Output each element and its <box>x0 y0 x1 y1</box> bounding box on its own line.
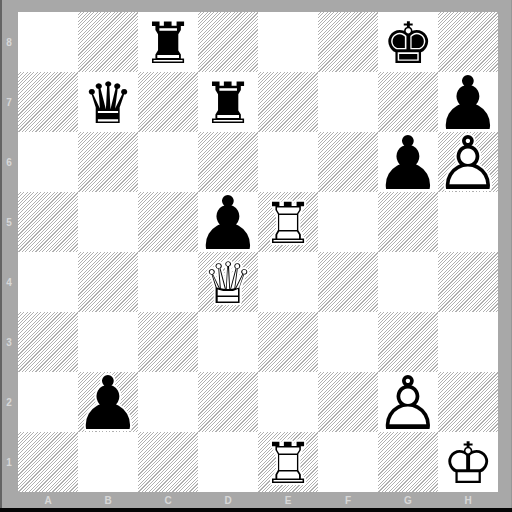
square-b6[interactable] <box>78 132 138 192</box>
square-d1[interactable] <box>198 432 258 492</box>
file-label-f: F <box>318 492 378 508</box>
square-e6[interactable] <box>258 132 318 192</box>
square-g8[interactable]: ♚♚ <box>378 12 438 72</box>
rank-label-1: 1 <box>0 432 18 492</box>
frame-bottom-strip <box>0 508 512 512</box>
square-h4[interactable] <box>438 252 498 312</box>
file-label-b: B <box>78 492 138 508</box>
file-labels: ABCDEFGH <box>18 492 498 508</box>
square-b8[interactable] <box>78 12 138 72</box>
square-c7[interactable] <box>138 72 198 132</box>
rank-label-5: 5 <box>0 192 18 252</box>
square-b5[interactable] <box>78 192 138 252</box>
frame-left-edge <box>0 0 2 512</box>
black-pawn[interactable]: ♟ <box>198 193 258 253</box>
rank-label-7: 7 <box>0 72 18 132</box>
white-rook[interactable]: ♖ <box>258 433 318 493</box>
square-f6[interactable] <box>318 132 378 192</box>
rank-label-6: 6 <box>0 132 18 192</box>
square-c6[interactable] <box>138 132 198 192</box>
square-h3[interactable] <box>438 312 498 372</box>
white-pawn[interactable]: ♙ <box>438 133 498 193</box>
square-d2[interactable] <box>198 372 258 432</box>
square-h5[interactable] <box>438 192 498 252</box>
square-c5[interactable] <box>138 192 198 252</box>
square-c1[interactable] <box>138 432 198 492</box>
square-d8[interactable] <box>198 12 258 72</box>
square-f3[interactable] <box>318 312 378 372</box>
square-b1[interactable] <box>78 432 138 492</box>
square-h2[interactable] <box>438 372 498 432</box>
square-c4[interactable] <box>138 252 198 312</box>
square-d4[interactable]: ♛♕ <box>198 252 258 312</box>
file-label-a: A <box>18 492 78 508</box>
square-f1[interactable] <box>318 432 378 492</box>
square-a1[interactable] <box>18 432 78 492</box>
white-king[interactable]: ♔ <box>438 433 498 493</box>
square-e7[interactable] <box>258 72 318 132</box>
square-a6[interactable] <box>18 132 78 192</box>
square-b2[interactable]: ♟♟ <box>78 372 138 432</box>
square-e4[interactable] <box>258 252 318 312</box>
black-queen[interactable]: ♛ <box>78 73 138 133</box>
chess-board: ♜♜♚♚♛♛♜♜♟♟♟♟♟♙♟♟♜♖♛♕♟♟♟♙♜♖♚♔ <box>18 12 498 492</box>
file-label-d: D <box>198 492 258 508</box>
rank-label-2: 2 <box>0 372 18 432</box>
square-a8[interactable] <box>18 12 78 72</box>
square-f8[interactable] <box>318 12 378 72</box>
black-rook[interactable]: ♜ <box>138 13 198 73</box>
square-f2[interactable] <box>318 372 378 432</box>
square-g2[interactable]: ♟♙ <box>378 372 438 432</box>
file-label-g: G <box>378 492 438 508</box>
file-label-c: C <box>138 492 198 508</box>
square-g4[interactable] <box>378 252 438 312</box>
rank-label-8: 8 <box>0 12 18 72</box>
square-e5[interactable]: ♜♖ <box>258 192 318 252</box>
square-h6[interactable]: ♟♙ <box>438 132 498 192</box>
square-b4[interactable] <box>78 252 138 312</box>
board-frame: ♜♜♚♚♛♛♜♜♟♟♟♟♟♙♟♟♜♖♛♕♟♟♟♙♜♖♚♔ 87654321 AB… <box>0 0 512 512</box>
white-pawn[interactable]: ♙ <box>378 373 438 433</box>
square-a5[interactable] <box>18 192 78 252</box>
file-label-h: H <box>438 492 498 508</box>
square-g1[interactable] <box>378 432 438 492</box>
square-b7[interactable]: ♛♛ <box>78 72 138 132</box>
square-c8[interactable]: ♜♜ <box>138 12 198 72</box>
square-e8[interactable] <box>258 12 318 72</box>
square-f7[interactable] <box>318 72 378 132</box>
square-e1[interactable]: ♜♖ <box>258 432 318 492</box>
square-a3[interactable] <box>18 312 78 372</box>
square-a2[interactable] <box>18 372 78 432</box>
white-rook[interactable]: ♖ <box>258 193 318 253</box>
square-c2[interactable] <box>138 372 198 432</box>
black-pawn[interactable]: ♟ <box>378 133 438 193</box>
rank-label-4: 4 <box>0 252 18 312</box>
square-g6[interactable]: ♟♟ <box>378 132 438 192</box>
square-e3[interactable] <box>258 312 318 372</box>
square-d3[interactable] <box>198 312 258 372</box>
square-d5[interactable]: ♟♟ <box>198 192 258 252</box>
square-g5[interactable] <box>378 192 438 252</box>
rank-label-3: 3 <box>0 312 18 372</box>
square-a7[interactable] <box>18 72 78 132</box>
black-pawn[interactable]: ♟ <box>78 373 138 433</box>
square-e2[interactable] <box>258 372 318 432</box>
white-queen[interactable]: ♕ <box>198 253 258 313</box>
square-a4[interactable] <box>18 252 78 312</box>
black-king[interactable]: ♚ <box>378 13 438 73</box>
file-label-e: E <box>258 492 318 508</box>
square-f5[interactable] <box>318 192 378 252</box>
square-d7[interactable]: ♜♜ <box>198 72 258 132</box>
black-rook[interactable]: ♜ <box>198 73 258 133</box>
square-c3[interactable] <box>138 312 198 372</box>
square-h1[interactable]: ♚♔ <box>438 432 498 492</box>
square-f4[interactable] <box>318 252 378 312</box>
rank-labels: 87654321 <box>0 12 18 492</box>
